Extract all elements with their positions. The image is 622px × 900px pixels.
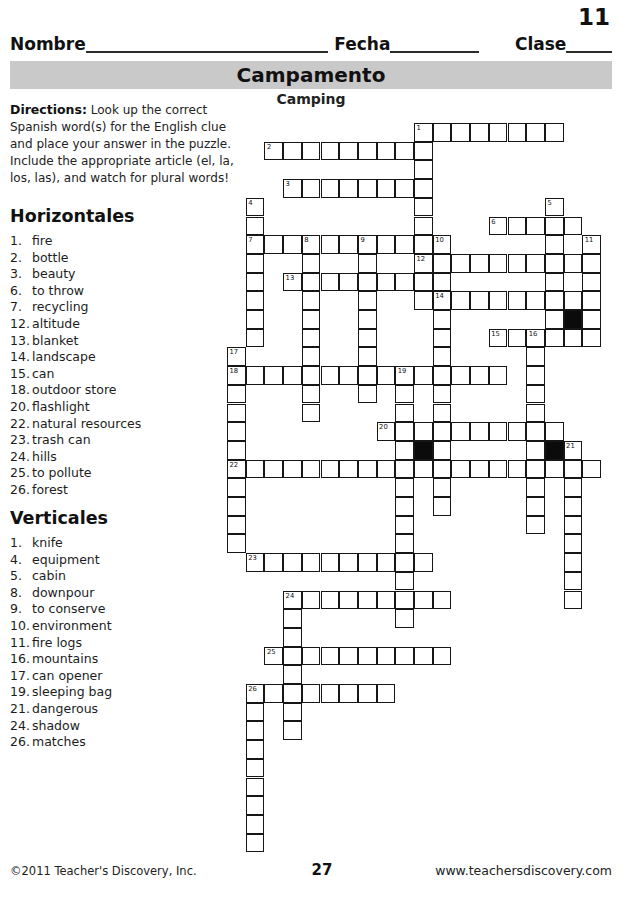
grid-cell[interactable] bbox=[283, 721, 302, 740]
grid-cell[interactable]: 5 bbox=[545, 198, 564, 217]
grid-cell[interactable] bbox=[377, 553, 396, 572]
grid-cell[interactable] bbox=[302, 310, 321, 329]
grid-cell[interactable] bbox=[264, 235, 283, 254]
grid-cell[interactable] bbox=[489, 460, 508, 479]
grid-cell[interactable] bbox=[227, 404, 246, 423]
down-clue: 26.matches bbox=[10, 734, 225, 751]
cell-number: 1 bbox=[417, 124, 421, 132]
grid-cell[interactable] bbox=[526, 441, 545, 460]
grid-cell[interactable] bbox=[433, 647, 452, 666]
name-date-class-row: Nombre Fecha Clase bbox=[10, 35, 612, 53]
grid-cell[interactable] bbox=[246, 759, 265, 778]
grid-cell[interactable] bbox=[339, 179, 358, 198]
grid-cell[interactable] bbox=[564, 291, 583, 310]
grid-cell[interactable] bbox=[414, 217, 433, 236]
grid-cell[interactable] bbox=[414, 460, 433, 479]
grid-cell[interactable] bbox=[470, 254, 489, 273]
grid-cell[interactable] bbox=[564, 516, 583, 535]
grid-cell[interactable] bbox=[302, 329, 321, 348]
grid-cell[interactable] bbox=[358, 142, 377, 161]
grid-cell[interactable] bbox=[302, 142, 321, 161]
grid-cell[interactable] bbox=[395, 534, 414, 553]
grid-cell[interactable] bbox=[227, 441, 246, 460]
directions: Directions: Look up the correct Spanish … bbox=[10, 101, 240, 187]
grid-cell[interactable]: 20 bbox=[377, 422, 396, 441]
grid-cell[interactable] bbox=[545, 291, 564, 310]
across-clue: 1.fire bbox=[10, 233, 225, 250]
grid-cell[interactable] bbox=[377, 647, 396, 666]
grid-cell[interactable]: 14 bbox=[433, 291, 452, 310]
grid-cell[interactable] bbox=[470, 422, 489, 441]
grid-cell[interactable] bbox=[302, 460, 321, 479]
grid-cell[interactable] bbox=[246, 329, 265, 348]
grid-cell[interactable] bbox=[564, 497, 583, 516]
grid-cell[interactable] bbox=[508, 422, 527, 441]
grid-cell[interactable] bbox=[508, 254, 527, 273]
clue-number: 13. bbox=[10, 333, 32, 350]
grid-cell[interactable] bbox=[302, 385, 321, 404]
grid-cell[interactable] bbox=[358, 647, 377, 666]
grid-cell[interactable] bbox=[526, 422, 545, 441]
grid-cell[interactable] bbox=[321, 460, 340, 479]
grid-cell[interactable] bbox=[358, 347, 377, 366]
grid-cell[interactable] bbox=[246, 460, 265, 479]
grid-cell[interactable] bbox=[395, 404, 414, 423]
grid-cell[interactable] bbox=[545, 123, 564, 142]
grid-cell[interactable] bbox=[526, 291, 545, 310]
across-clue: 25.to pollute bbox=[10, 465, 225, 482]
clue-number: 14. bbox=[10, 349, 32, 366]
cell-number: 22 bbox=[230, 461, 239, 469]
grid-cell[interactable] bbox=[302, 647, 321, 666]
grid-cell[interactable]: 23 bbox=[246, 553, 265, 572]
grid-cell[interactable] bbox=[358, 553, 377, 572]
cell-number: 8 bbox=[304, 236, 308, 244]
grid-cell[interactable] bbox=[451, 460, 470, 479]
grid-cell[interactable] bbox=[339, 684, 358, 703]
grid-cell[interactable]: 17 bbox=[227, 347, 246, 366]
grid-cell[interactable] bbox=[489, 123, 508, 142]
grid-cell[interactable] bbox=[545, 235, 564, 254]
grid-cell[interactable] bbox=[264, 460, 283, 479]
grid-cell[interactable] bbox=[414, 366, 433, 385]
grid-cell[interactable] bbox=[395, 460, 414, 479]
grid-cell[interactable]: 9 bbox=[358, 235, 377, 254]
grid-cell[interactable] bbox=[358, 254, 377, 273]
unit-number: 11 bbox=[578, 4, 610, 30]
grid-cell[interactable] bbox=[564, 478, 583, 497]
grid-cell[interactable] bbox=[564, 553, 583, 572]
grid-cell[interactable] bbox=[433, 123, 452, 142]
grid-cell[interactable] bbox=[264, 366, 283, 385]
grid-cell[interactable]: 2 bbox=[264, 142, 283, 161]
grid-cell[interactable] bbox=[358, 273, 377, 292]
cell-number: 19 bbox=[398, 367, 407, 375]
grid-cell[interactable] bbox=[246, 366, 265, 385]
grid-cell[interactable] bbox=[414, 647, 433, 666]
grid-cell[interactable]: 18 bbox=[227, 366, 246, 385]
grid-cell[interactable] bbox=[433, 591, 452, 610]
down-heading: Verticales bbox=[10, 508, 225, 528]
grid-cell[interactable] bbox=[246, 721, 265, 740]
grid-cell[interactable] bbox=[564, 460, 583, 479]
grid-cell[interactable] bbox=[246, 273, 265, 292]
grid-cell[interactable]: 21 bbox=[564, 441, 583, 460]
grid-cell[interactable] bbox=[302, 291, 321, 310]
grid-cell[interactable] bbox=[508, 217, 527, 236]
grid-cell[interactable] bbox=[321, 179, 340, 198]
grid-cell[interactable]: 13 bbox=[283, 273, 302, 292]
cell-number: 5 bbox=[547, 199, 551, 207]
grid-cell[interactable] bbox=[395, 441, 414, 460]
across-clue: 18.outdoor store bbox=[10, 382, 225, 399]
grid-cell[interactable] bbox=[582, 254, 601, 273]
grid-cell[interactable] bbox=[582, 291, 601, 310]
grid-cell[interactable]: 8 bbox=[302, 235, 321, 254]
cell-number: 2 bbox=[267, 143, 271, 151]
across-clue: 6.to throw bbox=[10, 283, 225, 300]
clue-text: hills bbox=[32, 449, 57, 466]
grid-cell[interactable] bbox=[302, 591, 321, 610]
block-cell bbox=[545, 441, 564, 460]
grid-cell[interactable] bbox=[283, 665, 302, 684]
grid-cell[interactable] bbox=[489, 254, 508, 273]
grid-cell[interactable] bbox=[302, 684, 321, 703]
grid-cell[interactable] bbox=[358, 460, 377, 479]
cell-number: 15 bbox=[491, 330, 500, 338]
grid-cell[interactable] bbox=[246, 217, 265, 236]
grid-cell[interactable] bbox=[508, 291, 527, 310]
grid-cell[interactable] bbox=[339, 591, 358, 610]
down-clue: 11.fire logs bbox=[10, 635, 225, 652]
grid-cell[interactable] bbox=[227, 497, 246, 516]
grid-cell[interactable] bbox=[414, 160, 433, 179]
grid-cell[interactable] bbox=[489, 291, 508, 310]
grid-cell[interactable] bbox=[582, 329, 601, 348]
grid-cell[interactable] bbox=[283, 460, 302, 479]
grid-cell[interactable] bbox=[433, 254, 452, 273]
grid-cell[interactable] bbox=[283, 684, 302, 703]
grid-cell[interactable] bbox=[246, 254, 265, 273]
grid-cell[interactable] bbox=[377, 142, 396, 161]
grid-cell[interactable] bbox=[321, 366, 340, 385]
grid-cell[interactable] bbox=[526, 385, 545, 404]
grid-cell[interactable] bbox=[283, 703, 302, 722]
grid-cell[interactable] bbox=[283, 553, 302, 572]
clue-text: downpour bbox=[32, 585, 94, 602]
grid-cell[interactable] bbox=[358, 179, 377, 198]
grid-cell[interactable]: 24 bbox=[283, 591, 302, 610]
down-clue: 8.downpour bbox=[10, 585, 225, 602]
clue-text: trash can bbox=[32, 432, 91, 449]
clue-number: 19. bbox=[10, 684, 32, 701]
grid-cell[interactable] bbox=[302, 273, 321, 292]
grid-cell[interactable] bbox=[321, 684, 340, 703]
down-clue-list: 1.knife4.equipment5.cabin8.downpour9.to … bbox=[10, 535, 225, 751]
clue-number: 5. bbox=[10, 568, 32, 585]
across-clue: 20.flashlight bbox=[10, 399, 225, 416]
nombre-blank[interactable] bbox=[86, 37, 329, 53]
grid-cell[interactable] bbox=[377, 460, 396, 479]
page-number: 27 bbox=[292, 861, 352, 879]
cell-number: 14 bbox=[435, 292, 444, 300]
grid-cell[interactable] bbox=[414, 235, 433, 254]
page-title: Campamento bbox=[237, 63, 386, 87]
grid-cell[interactable]: 25 bbox=[264, 647, 283, 666]
clase-blank[interactable] bbox=[566, 37, 612, 53]
cell-number: 25 bbox=[267, 648, 276, 656]
grid-cell[interactable] bbox=[302, 347, 321, 366]
grid-cell[interactable] bbox=[526, 497, 545, 516]
across-clue: 7.recycling bbox=[10, 299, 225, 316]
grid-cell[interactable] bbox=[508, 123, 527, 142]
grid-cell[interactable] bbox=[526, 404, 545, 423]
grid-cell[interactable] bbox=[545, 254, 564, 273]
grid-cell[interactable] bbox=[377, 366, 396, 385]
grid-cell[interactable] bbox=[283, 628, 302, 647]
grid-cell[interactable] bbox=[451, 291, 470, 310]
grid-cell[interactable] bbox=[283, 609, 302, 628]
grid-cell[interactable] bbox=[545, 273, 564, 292]
grid-cell[interactable] bbox=[321, 553, 340, 572]
grid-cell[interactable] bbox=[526, 366, 545, 385]
fecha-blank[interactable] bbox=[390, 37, 478, 53]
grid-cell[interactable] bbox=[377, 235, 396, 254]
grid-cell[interactable] bbox=[433, 347, 452, 366]
cell-number: 24 bbox=[286, 592, 295, 600]
grid-cell[interactable] bbox=[246, 834, 265, 853]
grid-cell[interactable] bbox=[395, 572, 414, 591]
grid-cell[interactable] bbox=[246, 815, 265, 834]
clue-number: 26. bbox=[10, 482, 32, 499]
grid-cell[interactable] bbox=[451, 123, 470, 142]
grid-cell[interactable] bbox=[489, 366, 508, 385]
grid-cell[interactable]: 12 bbox=[414, 254, 433, 273]
grid-cell[interactable] bbox=[377, 273, 396, 292]
grid-cell[interactable] bbox=[433, 460, 452, 479]
grid-cell[interactable] bbox=[414, 198, 433, 217]
cell-number: 3 bbox=[286, 180, 290, 188]
grid-cell[interactable] bbox=[582, 273, 601, 292]
grid-cell[interactable] bbox=[395, 142, 414, 161]
grid-cell[interactable] bbox=[470, 291, 489, 310]
grid-cell[interactable] bbox=[564, 217, 583, 236]
grid-cell[interactable] bbox=[395, 179, 414, 198]
grid-cell[interactable] bbox=[321, 591, 340, 610]
grid-cell[interactable] bbox=[414, 291, 433, 310]
grid-cell[interactable] bbox=[414, 179, 433, 198]
grid-cell[interactable] bbox=[545, 460, 564, 479]
clue-number: 18. bbox=[10, 382, 32, 399]
cell-number: 18 bbox=[230, 367, 239, 375]
across-clue: 22.natural resources bbox=[10, 416, 225, 433]
grid-cell[interactable] bbox=[339, 460, 358, 479]
across-clue: 2.bottle bbox=[10, 250, 225, 267]
grid-cell[interactable] bbox=[395, 497, 414, 516]
grid-cell[interactable] bbox=[358, 684, 377, 703]
grid-cell[interactable] bbox=[377, 591, 396, 610]
grid-cell[interactable] bbox=[451, 366, 470, 385]
clue-number: 1. bbox=[10, 233, 32, 250]
grid-cell[interactable] bbox=[227, 385, 246, 404]
grid-cell[interactable] bbox=[433, 273, 452, 292]
down-clue: 4.equipment bbox=[10, 552, 225, 569]
grid-cell[interactable] bbox=[564, 254, 583, 273]
grid-cell[interactable] bbox=[321, 647, 340, 666]
grid-cell[interactable] bbox=[526, 254, 545, 273]
grid-cell[interactable] bbox=[395, 422, 414, 441]
grid-cell[interactable] bbox=[395, 647, 414, 666]
grid-cell[interactable] bbox=[339, 235, 358, 254]
grid-cell[interactable] bbox=[302, 254, 321, 273]
grid-cell[interactable]: 26 bbox=[246, 684, 265, 703]
grid-cell[interactable] bbox=[264, 553, 283, 572]
grid-cell[interactable] bbox=[395, 553, 414, 572]
clue-text: beauty bbox=[32, 266, 76, 283]
grid-cell[interactable] bbox=[302, 404, 321, 423]
grid-cell[interactable] bbox=[414, 591, 433, 610]
grid-cell[interactable] bbox=[414, 142, 433, 161]
grid-cell[interactable] bbox=[564, 591, 583, 610]
clue-number: 24. bbox=[10, 449, 32, 466]
grid-cell[interactable] bbox=[227, 534, 246, 553]
clue-text: to throw bbox=[32, 283, 84, 300]
grid-cell[interactable] bbox=[433, 497, 452, 516]
grid-cell[interactable] bbox=[526, 516, 545, 535]
grid-cell[interactable] bbox=[358, 591, 377, 610]
grid-cell[interactable] bbox=[339, 273, 358, 292]
clue-text: flashlight bbox=[32, 399, 90, 416]
grid-cell[interactable] bbox=[526, 217, 545, 236]
grid-cell[interactable] bbox=[321, 142, 340, 161]
grid-cell[interactable] bbox=[508, 460, 527, 479]
grid-cell[interactable] bbox=[489, 422, 508, 441]
grid-cell[interactable] bbox=[582, 460, 601, 479]
grid-cell[interactable] bbox=[395, 591, 414, 610]
grid-cell[interactable] bbox=[526, 347, 545, 366]
grid-cell[interactable] bbox=[321, 273, 340, 292]
grid-cell[interactable]: 1 bbox=[414, 123, 433, 142]
clue-text: bottle bbox=[32, 250, 69, 267]
grid-cell[interactable] bbox=[321, 235, 340, 254]
grid-cell[interactable] bbox=[433, 329, 452, 348]
grid-cell[interactable] bbox=[433, 478, 452, 497]
grid-cell[interactable] bbox=[433, 404, 452, 423]
grid-cell[interactable] bbox=[433, 441, 452, 460]
clue-number: 24. bbox=[10, 718, 32, 735]
grid-cell[interactable] bbox=[358, 385, 377, 404]
grid-cell[interactable] bbox=[433, 366, 452, 385]
grid-cell[interactable] bbox=[302, 366, 321, 385]
grid-cell[interactable] bbox=[339, 142, 358, 161]
grid-cell[interactable] bbox=[227, 516, 246, 535]
cell-number: 12 bbox=[417, 255, 426, 263]
grid-cell[interactable] bbox=[470, 460, 489, 479]
grid-cell[interactable] bbox=[545, 422, 564, 441]
grid-cell[interactable] bbox=[358, 310, 377, 329]
grid-cell[interactable] bbox=[339, 553, 358, 572]
grid-cell[interactable] bbox=[358, 291, 377, 310]
grid-cell[interactable] bbox=[358, 366, 377, 385]
grid-cell[interactable] bbox=[377, 179, 396, 198]
grid-cell[interactable] bbox=[395, 385, 414, 404]
grid-cell[interactable]: 10 bbox=[433, 235, 452, 254]
grid-cell[interactable] bbox=[433, 310, 452, 329]
grid-cell[interactable] bbox=[545, 329, 564, 348]
grid-cell[interactable]: 7 bbox=[246, 235, 265, 254]
grid-cell[interactable] bbox=[470, 366, 489, 385]
grid-cell[interactable]: 15 bbox=[489, 329, 508, 348]
grid-cell[interactable] bbox=[246, 796, 265, 815]
grid-cell[interactable] bbox=[395, 235, 414, 254]
grid-cell[interactable] bbox=[433, 385, 452, 404]
grid-cell[interactable] bbox=[283, 142, 302, 161]
grid-cell[interactable] bbox=[246, 703, 265, 722]
grid-cell[interactable] bbox=[283, 366, 302, 385]
cell-number: 13 bbox=[286, 274, 295, 282]
grid-cell[interactable] bbox=[526, 460, 545, 479]
grid-cell[interactable] bbox=[377, 684, 396, 703]
fecha-label: Fecha bbox=[334, 35, 390, 53]
clue-text: landscape bbox=[32, 349, 96, 366]
grid-cell[interactable] bbox=[246, 291, 265, 310]
grid-cell[interactable] bbox=[246, 740, 265, 759]
grid-cell[interactable] bbox=[414, 553, 433, 572]
grid-cell[interactable] bbox=[246, 310, 265, 329]
grid-cell[interactable] bbox=[227, 478, 246, 497]
grid-cell[interactable]: 22 bbox=[227, 460, 246, 479]
grid-cell[interactable] bbox=[508, 329, 527, 348]
grid-cell[interactable] bbox=[451, 422, 470, 441]
grid-cell[interactable] bbox=[414, 422, 433, 441]
grid-cell[interactable] bbox=[433, 422, 452, 441]
grid-cell[interactable] bbox=[414, 273, 433, 292]
grid-cell[interactable] bbox=[470, 123, 489, 142]
grid-cell[interactable] bbox=[545, 310, 564, 329]
grid-cell[interactable] bbox=[283, 235, 302, 254]
grid-cell[interactable] bbox=[302, 553, 321, 572]
grid-cell[interactable]: 19 bbox=[395, 366, 414, 385]
grid-cell[interactable] bbox=[395, 273, 414, 292]
grid-cell[interactable]: 4 bbox=[246, 198, 265, 217]
grid-cell[interactable]: 6 bbox=[489, 217, 508, 236]
grid-cell[interactable] bbox=[526, 123, 545, 142]
grid-cell[interactable] bbox=[564, 572, 583, 591]
grid-cell[interactable]: 3 bbox=[283, 179, 302, 198]
grid-cell[interactable] bbox=[395, 478, 414, 497]
grid-cell[interactable] bbox=[395, 609, 414, 628]
grid-cell[interactable] bbox=[451, 254, 470, 273]
grid-cell[interactable]: 16 bbox=[526, 329, 545, 348]
grid-cell[interactable] bbox=[395, 516, 414, 535]
grid-cell[interactable] bbox=[302, 179, 321, 198]
grid-cell[interactable] bbox=[227, 422, 246, 441]
grid-cell[interactable] bbox=[246, 778, 265, 797]
clue-number: 25. bbox=[10, 465, 32, 482]
grid-cell[interactable] bbox=[526, 478, 545, 497]
grid-cell[interactable] bbox=[339, 366, 358, 385]
grid-cell[interactable] bbox=[545, 217, 564, 236]
clue-text: environment bbox=[32, 618, 112, 635]
grid-cell[interactable] bbox=[283, 647, 302, 666]
grid-cell[interactable] bbox=[564, 534, 583, 553]
grid-cell[interactable] bbox=[339, 647, 358, 666]
grid-cell[interactable] bbox=[564, 329, 583, 348]
grid-cell[interactable]: 11 bbox=[582, 235, 601, 254]
grid-cell[interactable] bbox=[358, 329, 377, 348]
grid-cell[interactable] bbox=[582, 310, 601, 329]
grid-cell[interactable] bbox=[264, 684, 283, 703]
